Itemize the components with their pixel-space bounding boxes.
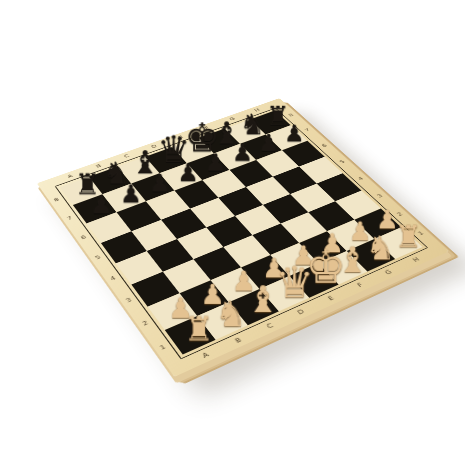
piece-black-pawn[interactable]: ♟ bbox=[85, 192, 118, 217]
piece-white-rook[interactable]: ♜ bbox=[180, 313, 218, 346]
piece-white-knight[interactable]: ♞ bbox=[213, 297, 250, 332]
board-grid: ♜♞♝♛♚♝♞♜♟♟♟♟♟♟♟♟♟♟♟♟♟♟♟♟♜♞♝♛♚♝♞♜ bbox=[60, 111, 423, 355]
piece-black-pawn[interactable]: ♟ bbox=[115, 182, 148, 207]
board-frame: ♜♞♝♛♚♝♞♜♟♟♟♟♟♟♟♟♟♟♟♟♟♟♟♟♜♞♝♛♚♝♞♜ ABCDEFG… bbox=[37, 98, 449, 377]
piece-black-pawn[interactable]: ♟ bbox=[227, 141, 258, 165]
product-photo-scene: ♜♞♝♛♚♝♞♜♟♟♟♟♟♟♟♟♟♟♟♟♟♟♟♟♜♞♝♛♚♝♞♜ ABCDEFG… bbox=[20, 18, 450, 448]
piece-black-pawn[interactable]: ♟ bbox=[144, 171, 176, 195]
piece-black-pawn[interactable]: ♟ bbox=[200, 151, 231, 175]
piece-white-bishop[interactable]: ♝ bbox=[245, 281, 282, 318]
piece-black-pawn[interactable]: ♟ bbox=[172, 161, 204, 185]
chessboard: ♜♞♝♛♚♝♞♜♟♟♟♟♟♟♟♟♟♟♟♟♟♟♟♟♜♞♝♛♚♝♞♜ ABCDEFG… bbox=[37, 98, 449, 377]
